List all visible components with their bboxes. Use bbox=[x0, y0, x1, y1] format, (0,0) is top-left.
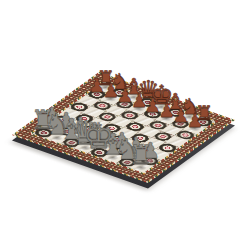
piece-copper-pawn-h7[interactable]: ♟ bbox=[186, 111, 202, 129]
chess-board: ♜♞♝♛♚♝♞♜♟♟♟♟♟♟♟♟♟♟♟♟♟♟♟♟♜♞♝♛♚♝♞♜ bbox=[12, 72, 235, 183]
inner-bead-trim: ♜♞♝♛♚♝♞♜♟♟♟♟♟♟♟♟♟♟♟♟♟♟♟♟♜♞♝♛♚♝♞♜ bbox=[29, 80, 218, 174]
outer-bead-trim: ♜♞♝♛♚♝♞♜♟♟♟♟♟♟♟♟♟♟♟♟♟♟♟♟♜♞♝♛♚♝♞♜ bbox=[12, 72, 235, 183]
chess-set-photo: ♜♞♝♛♚♝♞♜♟♟♟♟♟♟♟♟♟♟♟♟♟♟♟♟♜♞♝♛♚♝♞♜ bbox=[0, 0, 240, 240]
piece-silver-rook-h1[interactable]: ♜ bbox=[129, 142, 153, 169]
mosaic-rosette-border: ♜♞♝♛♚♝♞♜♟♟♟♟♟♟♟♟♟♟♟♟♟♟♟♟♜♞♝♛♚♝♞♜ bbox=[15, 74, 232, 182]
